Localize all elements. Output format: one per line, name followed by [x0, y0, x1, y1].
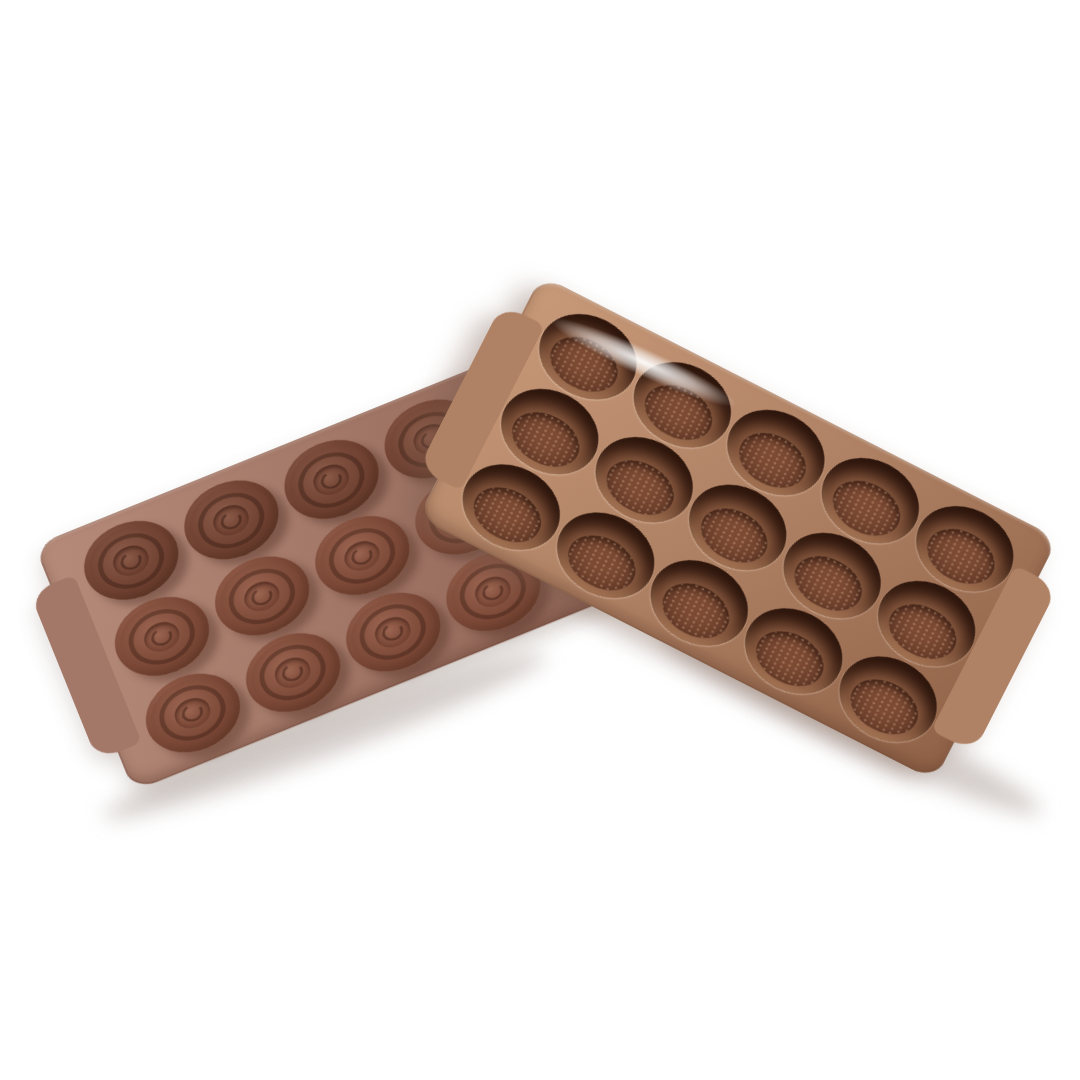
cavity-textured-floor	[841, 669, 926, 745]
cavity-textured-floor	[559, 525, 644, 601]
cavity-grid-3x5	[418, 275, 1058, 781]
cavity-textured-floor	[653, 573, 738, 649]
cavity-textured-floor	[465, 477, 550, 553]
cavity-textured-floor	[747, 621, 832, 697]
product-photo-scene	[0, 0, 1080, 1080]
right-mold-tray-top-view	[418, 275, 1058, 781]
